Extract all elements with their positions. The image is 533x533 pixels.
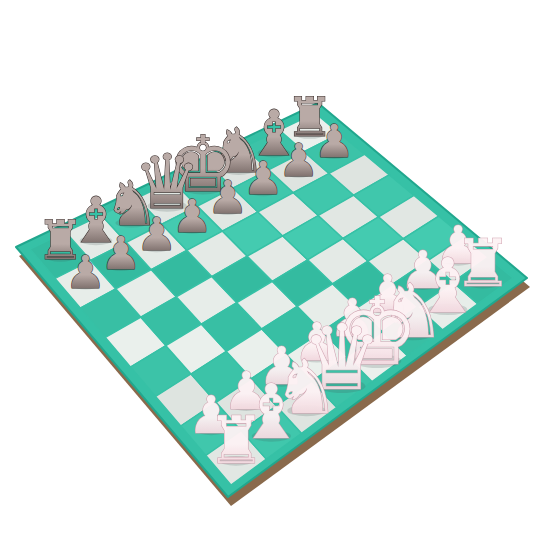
photo-canvas: ♜♝♟♞♟♚♟♛♟♞♟♝♟♜♟♟♜♟♟♝♟♞♟♟♚♟♛♟♞♟♝♜ xyxy=(0,0,533,533)
chess-set-photo: ♜♝♟♞♟♚♟♛♟♞♟♝♟♜♟♟♜♟♟♝♟♞♟♟♚♟♛♟♞♟♝♜ xyxy=(0,0,533,533)
silver-pawn-e7: ♟ xyxy=(207,171,248,224)
silver-pawn-g7: ♟ xyxy=(278,134,319,187)
pink-rook-a1: ♜ xyxy=(207,403,265,478)
silver-pawn-b7: ♟ xyxy=(101,227,142,280)
silver-pawn-d7: ♟ xyxy=(172,190,213,243)
silver-pawn-c7: ♟ xyxy=(136,208,177,261)
chessboard: ♜♝♟♞♟♚♟♛♟♞♟♝♟♜♟♟♜♟♟♝♟♞♟♟♚♟♛♟♞♟♝♜ xyxy=(0,0,533,533)
silver-pawn-h7: ♟ xyxy=(314,115,355,168)
silver-pawn-f7: ♟ xyxy=(243,152,284,205)
silver-pawn-a7: ♟ xyxy=(65,246,106,299)
